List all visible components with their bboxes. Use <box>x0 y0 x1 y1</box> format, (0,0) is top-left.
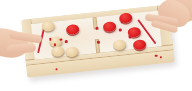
red-dot <box>155 54 158 57</box>
red-dot <box>96 27 99 30</box>
red-dot <box>65 40 68 43</box>
red-dot <box>159 56 162 59</box>
red-dot <box>119 29 122 32</box>
red-dot <box>55 68 58 71</box>
sling-puck-photo-scene <box>0 0 192 91</box>
red-dot <box>97 41 100 44</box>
